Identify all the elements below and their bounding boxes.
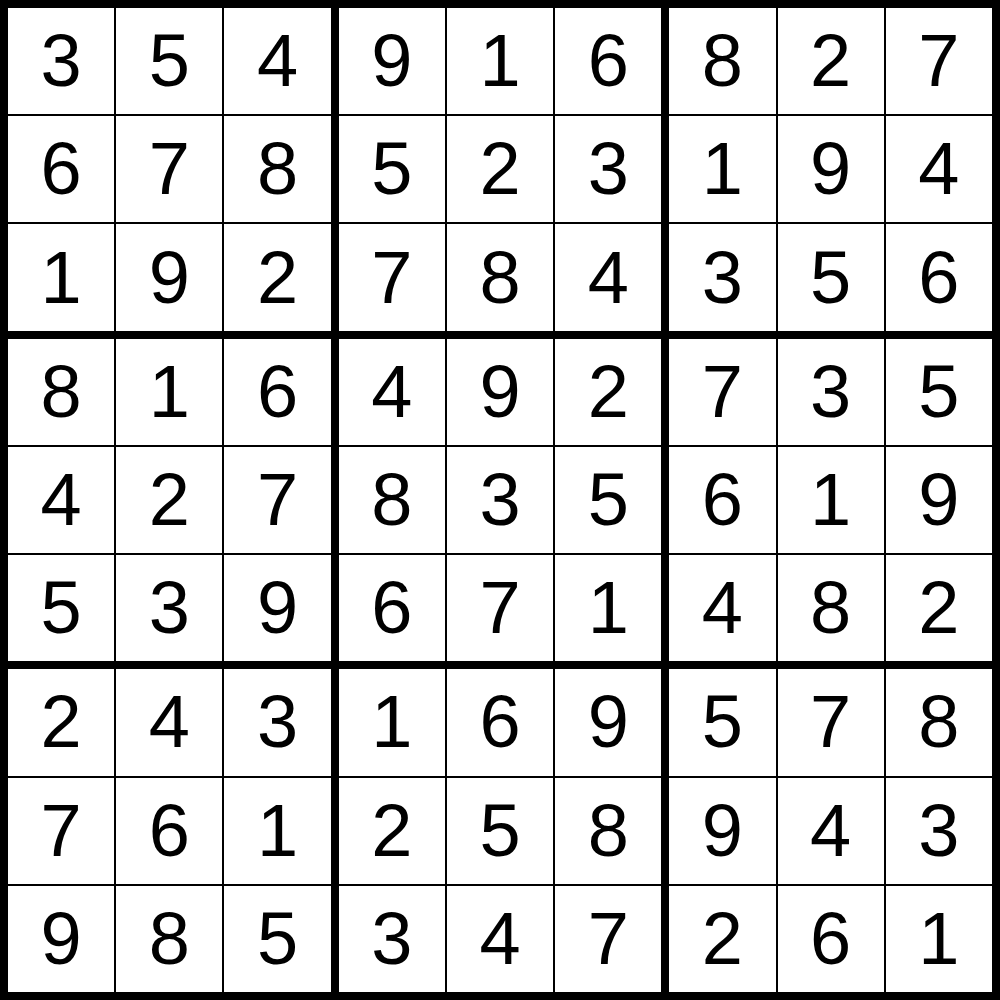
cell-r9c7: 2 bbox=[669, 886, 775, 992]
cell-r1c5: 1 bbox=[447, 8, 553, 114]
cell-r3c4: 7 bbox=[339, 224, 445, 330]
box-5: 4 9 2 8 3 5 6 7 1 bbox=[339, 339, 662, 662]
cell-r9c2: 8 bbox=[116, 886, 222, 992]
cell-r7c7: 5 bbox=[669, 669, 775, 775]
cell-r5c6: 5 bbox=[555, 447, 661, 553]
cell-r7c3: 3 bbox=[224, 669, 330, 775]
cell-r7c1: 2 bbox=[8, 669, 114, 775]
cell-r3c3: 2 bbox=[224, 224, 330, 330]
cell-r2c4: 5 bbox=[339, 116, 445, 222]
cell-r8c5: 5 bbox=[447, 778, 553, 884]
box-8: 1 6 9 2 5 8 3 4 7 bbox=[339, 669, 662, 992]
box-2: 9 1 6 5 2 3 7 8 4 bbox=[339, 8, 662, 331]
cell-r1c6: 6 bbox=[555, 8, 661, 114]
cell-r7c9: 8 bbox=[886, 669, 992, 775]
box-6: 7 3 5 6 1 9 4 8 2 bbox=[669, 339, 992, 662]
cell-r2c9: 4 bbox=[886, 116, 992, 222]
cell-r4c5: 9 bbox=[447, 339, 553, 445]
cell-r7c8: 7 bbox=[778, 669, 884, 775]
cell-r5c3: 7 bbox=[224, 447, 330, 553]
box-9: 5 7 8 9 4 3 2 6 1 bbox=[669, 669, 992, 992]
cell-r8c9: 3 bbox=[886, 778, 992, 884]
cell-r5c4: 8 bbox=[339, 447, 445, 553]
cell-r1c4: 9 bbox=[339, 8, 445, 114]
cell-r6c8: 8 bbox=[778, 555, 884, 661]
box-3: 8 2 7 1 9 4 3 5 6 bbox=[669, 8, 992, 331]
cell-r1c2: 5 bbox=[116, 8, 222, 114]
cell-r7c6: 9 bbox=[555, 669, 661, 775]
cell-r3c9: 6 bbox=[886, 224, 992, 330]
cell-r8c3: 1 bbox=[224, 778, 330, 884]
sudoku-board: 3 5 4 6 7 8 1 9 2 9 1 6 5 2 3 7 8 4 8 2 … bbox=[0, 0, 1000, 1000]
cell-r7c5: 6 bbox=[447, 669, 553, 775]
cell-r9c9: 1 bbox=[886, 886, 992, 992]
cell-r4c6: 2 bbox=[555, 339, 661, 445]
cell-r2c3: 8 bbox=[224, 116, 330, 222]
cell-r2c1: 6 bbox=[8, 116, 114, 222]
cell-r3c5: 8 bbox=[447, 224, 553, 330]
cell-r9c6: 7 bbox=[555, 886, 661, 992]
cell-r4c3: 6 bbox=[224, 339, 330, 445]
cell-r8c4: 2 bbox=[339, 778, 445, 884]
cell-r4c8: 3 bbox=[778, 339, 884, 445]
cell-r5c7: 6 bbox=[669, 447, 775, 553]
cell-r2c2: 7 bbox=[116, 116, 222, 222]
cell-r8c6: 8 bbox=[555, 778, 661, 884]
cell-r5c8: 1 bbox=[778, 447, 884, 553]
box-7: 2 4 3 7 6 1 9 8 5 bbox=[8, 669, 331, 992]
cell-r5c5: 3 bbox=[447, 447, 553, 553]
cell-r9c5: 4 bbox=[447, 886, 553, 992]
cell-r2c8: 9 bbox=[778, 116, 884, 222]
cell-r4c2: 1 bbox=[116, 339, 222, 445]
cell-r9c8: 6 bbox=[778, 886, 884, 992]
cell-r2c5: 2 bbox=[447, 116, 553, 222]
cell-r6c7: 4 bbox=[669, 555, 775, 661]
cell-r6c2: 3 bbox=[116, 555, 222, 661]
cell-r3c7: 3 bbox=[669, 224, 775, 330]
cell-r2c7: 1 bbox=[669, 116, 775, 222]
cell-r6c6: 1 bbox=[555, 555, 661, 661]
cell-r1c3: 4 bbox=[224, 8, 330, 114]
cell-r7c2: 4 bbox=[116, 669, 222, 775]
cell-r5c1: 4 bbox=[8, 447, 114, 553]
cell-r6c9: 2 bbox=[886, 555, 992, 661]
cell-r3c8: 5 bbox=[778, 224, 884, 330]
box-1: 3 5 4 6 7 8 1 9 2 bbox=[8, 8, 331, 331]
cell-r5c2: 2 bbox=[116, 447, 222, 553]
cell-r9c1: 9 bbox=[8, 886, 114, 992]
cell-r1c1: 3 bbox=[8, 8, 114, 114]
cell-r1c9: 7 bbox=[886, 8, 992, 114]
cell-r6c3: 9 bbox=[224, 555, 330, 661]
cell-r3c1: 1 bbox=[8, 224, 114, 330]
cell-r3c2: 9 bbox=[116, 224, 222, 330]
cell-r4c4: 4 bbox=[339, 339, 445, 445]
cell-r4c9: 5 bbox=[886, 339, 992, 445]
cell-r2c6: 3 bbox=[555, 116, 661, 222]
cell-r8c1: 7 bbox=[8, 778, 114, 884]
cell-r6c4: 6 bbox=[339, 555, 445, 661]
cell-r9c4: 3 bbox=[339, 886, 445, 992]
cell-r7c4: 1 bbox=[339, 669, 445, 775]
cell-r6c5: 7 bbox=[447, 555, 553, 661]
cell-r8c7: 9 bbox=[669, 778, 775, 884]
cell-r1c8: 2 bbox=[778, 8, 884, 114]
box-4: 8 1 6 4 2 7 5 3 9 bbox=[8, 339, 331, 662]
cell-r1c7: 8 bbox=[669, 8, 775, 114]
cell-r3c6: 4 bbox=[555, 224, 661, 330]
cell-r9c3: 5 bbox=[224, 886, 330, 992]
cell-r8c2: 6 bbox=[116, 778, 222, 884]
cell-r8c8: 4 bbox=[778, 778, 884, 884]
cell-r6c1: 5 bbox=[8, 555, 114, 661]
cell-r4c7: 7 bbox=[669, 339, 775, 445]
cell-r5c9: 9 bbox=[886, 447, 992, 553]
sudoku-diagram: 3 5 4 6 7 8 1 9 2 9 1 6 5 2 3 7 8 4 8 2 … bbox=[0, 0, 1000, 1000]
cell-r4c1: 8 bbox=[8, 339, 114, 445]
